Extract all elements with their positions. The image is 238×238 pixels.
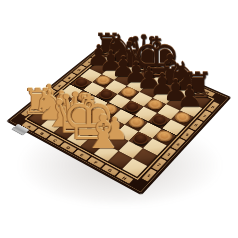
piece-black-pawn[interactable]: ♟ <box>176 81 203 111</box>
product-photo-scene: ABCDEFGH ABCDEFGH 87654321 87654321 ♜♞♝♛… <box>0 0 238 238</box>
piece-white-bishop[interactable]: ♝ <box>83 109 124 155</box>
